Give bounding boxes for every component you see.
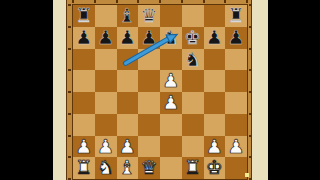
piece-white-bishop[interactable]: ♝ xyxy=(119,157,136,179)
piece-black-pawn[interactable]: ♟ xyxy=(119,27,136,49)
piece-white-pawn[interactable]: ♟ xyxy=(75,136,92,158)
piece-black-pawn[interactable]: ♟ xyxy=(206,27,223,49)
square-e2[interactable] xyxy=(160,136,182,158)
square-b4[interactable] xyxy=(95,92,117,114)
square-f4[interactable] xyxy=(182,92,204,114)
frame-tick xyxy=(249,113,252,115)
frame-tick xyxy=(246,0,248,3)
square-a2[interactable]: ♟ xyxy=(73,136,95,158)
piece-white-queen[interactable]: ♛ xyxy=(141,157,158,179)
square-g4[interactable] xyxy=(204,92,226,114)
piece-black-bishop[interactable]: ♝ xyxy=(119,5,136,27)
square-e3[interactable] xyxy=(160,114,182,136)
frame-tick xyxy=(137,0,139,3)
square-g1[interactable]: ♚ xyxy=(204,157,226,179)
square-c1[interactable]: ♝ xyxy=(117,157,139,179)
square-d1[interactable]: ♛ xyxy=(138,157,160,179)
square-c4[interactable] xyxy=(117,92,139,114)
square-h1[interactable] xyxy=(225,157,247,179)
square-h2[interactable]: ♟ xyxy=(225,136,247,158)
square-d6[interactable] xyxy=(138,49,160,71)
square-g5[interactable] xyxy=(204,70,226,92)
piece-black-knight[interactable]: ♞ xyxy=(162,27,179,49)
square-h4[interactable] xyxy=(225,92,247,114)
square-f1[interactable]: ♜ xyxy=(182,157,204,179)
square-f3[interactable] xyxy=(182,114,204,136)
square-c7[interactable]: ♟ xyxy=(117,27,139,49)
square-b8[interactable] xyxy=(95,5,117,27)
frame-tick xyxy=(224,0,226,3)
piece-white-rook[interactable]: ♜ xyxy=(75,157,92,179)
square-f6[interactable]: ♞ xyxy=(182,49,204,71)
square-f8[interactable] xyxy=(182,5,204,27)
square-e4[interactable]: ♟ xyxy=(160,92,182,114)
square-a8[interactable]: ♜ xyxy=(73,5,95,27)
square-g6[interactable] xyxy=(204,49,226,71)
frame-tick xyxy=(249,156,252,158)
frame-tick xyxy=(68,135,71,137)
square-f5[interactable] xyxy=(182,70,204,92)
piece-white-knight[interactable]: ♞ xyxy=(97,157,114,179)
square-b2[interactable]: ♟ xyxy=(95,136,117,158)
frame-tick xyxy=(94,0,96,3)
square-a1[interactable]: ♜ xyxy=(73,157,95,179)
chess-board: ♜♝♛♜♟♟♟♟♞♚♟♟♞♟♟♟♟♟♟♟♜♞♝♛♜♚ xyxy=(73,5,247,179)
square-h3[interactable] xyxy=(225,114,247,136)
square-a3[interactable] xyxy=(73,114,95,136)
square-b1[interactable]: ♞ xyxy=(95,157,117,179)
square-h6[interactable] xyxy=(225,49,247,71)
letterboxed-stage: ♜♝♛♜♟♟♟♟♞♚♟♟♞♟♟♟♟♟♟♟♜♞♝♛♜♚ xyxy=(0,0,320,180)
square-g7[interactable]: ♟ xyxy=(204,27,226,49)
frame-tick xyxy=(249,48,252,50)
frame-tick xyxy=(249,26,252,28)
square-d2[interactable] xyxy=(138,136,160,158)
square-d7[interactable]: ♟ xyxy=(138,27,160,49)
square-e8[interactable] xyxy=(160,5,182,27)
square-a7[interactable]: ♟ xyxy=(73,27,95,49)
frame-tick xyxy=(116,0,118,3)
piece-white-pawn[interactable]: ♟ xyxy=(97,136,114,158)
piece-white-pawn[interactable]: ♟ xyxy=(162,70,179,92)
square-g8[interactable] xyxy=(204,5,226,27)
piece-black-king[interactable]: ♚ xyxy=(184,27,201,49)
corner-dot xyxy=(245,173,249,177)
frame-tick xyxy=(68,48,71,50)
piece-black-queen[interactable]: ♛ xyxy=(141,5,158,27)
piece-white-pawn[interactable]: ♟ xyxy=(228,136,245,158)
square-a4[interactable] xyxy=(73,92,95,114)
square-d5[interactable] xyxy=(138,70,160,92)
piece-black-pawn[interactable]: ♟ xyxy=(75,27,92,49)
square-e6[interactable] xyxy=(160,49,182,71)
square-f7[interactable]: ♚ xyxy=(182,27,204,49)
square-d4[interactable] xyxy=(138,92,160,114)
piece-black-pawn[interactable]: ♟ xyxy=(97,27,114,49)
square-g2[interactable]: ♟ xyxy=(204,136,226,158)
square-b6[interactable] xyxy=(95,49,117,71)
piece-black-pawn[interactable]: ♟ xyxy=(228,27,245,49)
square-e5[interactable]: ♟ xyxy=(160,70,182,92)
square-c2[interactable]: ♟ xyxy=(117,136,139,158)
square-d8[interactable]: ♛ xyxy=(138,5,160,27)
frame-tick xyxy=(159,0,161,3)
frame-tick xyxy=(203,0,205,3)
frame-tick xyxy=(68,26,71,28)
piece-white-pawn[interactable]: ♟ xyxy=(162,92,179,114)
piece-white-king[interactable]: ♚ xyxy=(206,157,223,179)
square-c8[interactable]: ♝ xyxy=(117,5,139,27)
piece-white-pawn[interactable]: ♟ xyxy=(206,136,223,158)
square-h7[interactable]: ♟ xyxy=(225,27,247,49)
frame-tick xyxy=(68,113,71,115)
frame-tick xyxy=(249,91,252,93)
frame-tick xyxy=(68,156,71,158)
frame-tick xyxy=(249,69,252,71)
square-c6[interactable] xyxy=(117,49,139,71)
square-f2[interactable] xyxy=(182,136,204,158)
square-e1[interactable] xyxy=(160,157,182,179)
frame-tick xyxy=(249,178,252,180)
piece-black-rook[interactable]: ♜ xyxy=(228,5,245,27)
square-h8[interactable]: ♜ xyxy=(225,5,247,27)
piece-white-pawn[interactable]: ♟ xyxy=(119,136,136,158)
square-e7[interactable]: ♞ xyxy=(160,27,182,49)
square-g3[interactable] xyxy=(204,114,226,136)
frame-tick xyxy=(249,135,252,137)
piece-black-pawn[interactable]: ♟ xyxy=(141,27,158,49)
frame-tick xyxy=(68,69,71,71)
square-a6[interactable] xyxy=(73,49,95,71)
piece-black-knight[interactable]: ♞ xyxy=(184,49,201,71)
square-b5[interactable] xyxy=(95,70,117,92)
square-h5[interactable] xyxy=(225,70,247,92)
square-c3[interactable] xyxy=(117,114,139,136)
frame-tick xyxy=(181,0,183,3)
square-b3[interactable] xyxy=(95,114,117,136)
frame-tick xyxy=(68,91,71,93)
square-d3[interactable] xyxy=(138,114,160,136)
piece-white-rook[interactable]: ♜ xyxy=(184,157,201,179)
frame-tick xyxy=(249,4,252,6)
frame-tick xyxy=(68,4,71,6)
frame-tick xyxy=(68,178,71,180)
frame-tick xyxy=(72,0,74,3)
square-a5[interactable] xyxy=(73,70,95,92)
piece-black-rook[interactable]: ♜ xyxy=(75,5,92,27)
square-b7[interactable]: ♟ xyxy=(95,27,117,49)
square-c5[interactable] xyxy=(117,70,139,92)
